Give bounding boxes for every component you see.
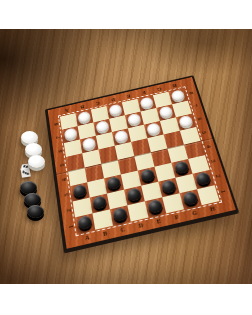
black-spare-piece[interactable] xyxy=(27,205,44,218)
piece-black-e3[interactable] xyxy=(140,168,156,182)
piece-black-a3[interactable] xyxy=(72,184,87,199)
product-photo: ABCDEFGH ABCDEFGH 87654321 87654321 xyxy=(0,0,252,315)
piece-white-h6[interactable] xyxy=(178,115,193,128)
piece-white-b6[interactable] xyxy=(82,137,96,150)
piece-black-h2[interactable] xyxy=(195,171,212,186)
piece-black-g1[interactable] xyxy=(182,191,199,206)
piece-black-b2[interactable] xyxy=(92,195,107,210)
black-spare-piece[interactable] xyxy=(24,193,41,206)
piece-white-a7[interactable] xyxy=(64,127,78,140)
piece-black-g3[interactable] xyxy=(174,160,190,174)
piece-white-g7[interactable] xyxy=(158,105,173,118)
piece-white-f8[interactable] xyxy=(139,96,153,108)
black-spare-piece[interactable] xyxy=(20,181,37,194)
piece-white-f6[interactable] xyxy=(146,122,161,135)
piece-black-e1[interactable] xyxy=(147,199,163,214)
piece-white-c7[interactable] xyxy=(95,120,109,133)
white-spare-piece[interactable] xyxy=(25,143,42,156)
piece-black-f2[interactable] xyxy=(161,179,177,194)
piece-white-d8[interactable] xyxy=(108,104,122,117)
piece-black-d2[interactable] xyxy=(126,187,142,202)
piece-white-e7[interactable] xyxy=(127,113,142,126)
white-spare-piece[interactable] xyxy=(28,155,45,168)
piece-black-c1[interactable] xyxy=(112,207,128,223)
white-spare-piece[interactable] xyxy=(21,131,38,144)
piece-black-c3[interactable] xyxy=(106,176,121,191)
piece-white-d6[interactable] xyxy=(114,130,129,143)
die-front-face xyxy=(21,168,31,177)
piece-white-b8[interactable] xyxy=(77,111,91,124)
piece-white-h8[interactable] xyxy=(170,89,185,101)
piece-black-a1[interactable] xyxy=(77,215,92,231)
